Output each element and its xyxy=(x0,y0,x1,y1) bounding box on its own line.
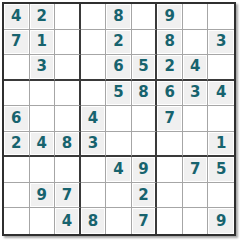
cell-r5c9[interactable] xyxy=(208,106,234,132)
empty-cell-tile xyxy=(31,158,54,181)
given-digit: 6 xyxy=(107,56,130,78)
sudoku-board: 42897128336524586346472483149759724879 xyxy=(2,2,236,236)
cell-r5c1[interactable]: 6 xyxy=(4,106,30,132)
cell-r6c6[interactable] xyxy=(132,132,158,158)
empty-cell-tile xyxy=(184,31,207,54)
cell-r2c9[interactable]: 3 xyxy=(208,30,234,56)
cell-r8c8[interactable] xyxy=(183,183,209,209)
empty-cell-tile xyxy=(82,5,105,28)
given-digit: 9 xyxy=(31,184,54,207)
cell-r3c2[interactable]: 3 xyxy=(30,55,56,81)
cell-r3c9[interactable] xyxy=(208,55,234,81)
given-digit: 4 xyxy=(209,82,233,105)
cell-r1c5[interactable]: 8 xyxy=(106,4,132,30)
given-digit: 3 xyxy=(31,56,54,78)
cell-r1c6[interactable] xyxy=(132,4,158,30)
cell-r7c2[interactable] xyxy=(30,157,56,183)
cell-r4c4[interactable] xyxy=(81,81,107,107)
given-digit: 8 xyxy=(107,5,130,28)
cell-r9c7[interactable] xyxy=(157,208,183,234)
sudoku-grid: 42897128336524586346472483149759724879 xyxy=(4,4,234,234)
cell-r6c2[interactable]: 4 xyxy=(30,132,56,158)
cell-r7c8[interactable]: 7 xyxy=(183,157,209,183)
given-digit: 4 xyxy=(56,209,78,233)
cell-r1c3[interactable] xyxy=(55,4,81,30)
cell-r4c3[interactable] xyxy=(55,81,81,107)
empty-cell-tile xyxy=(5,209,28,233)
empty-cell-tile xyxy=(184,209,207,233)
empty-cell-tile xyxy=(107,209,130,233)
given-digit: 7 xyxy=(184,158,207,181)
given-digit: 9 xyxy=(133,158,155,181)
given-digit: 5 xyxy=(133,56,155,78)
empty-cell-tile xyxy=(209,184,233,207)
empty-cell-tile xyxy=(158,158,181,181)
cell-r8c4[interactable] xyxy=(81,183,107,209)
cell-r4c2[interactable] xyxy=(30,81,56,107)
empty-cell-tile xyxy=(31,209,54,233)
cell-r4c1[interactable] xyxy=(4,81,30,107)
given-digit: 4 xyxy=(5,5,28,28)
cell-r2c2[interactable]: 1 xyxy=(30,30,56,56)
empty-cell-tile xyxy=(82,56,105,78)
cell-r2c5[interactable]: 2 xyxy=(106,30,132,56)
cell-r9c4[interactable]: 8 xyxy=(81,208,107,234)
given-digit: 2 xyxy=(31,5,54,28)
given-digit: 2 xyxy=(5,133,28,155)
empty-cell-tile xyxy=(56,5,78,28)
empty-cell-tile xyxy=(184,5,207,28)
given-digit: 4 xyxy=(107,158,130,181)
cell-r5c8[interactable] xyxy=(183,106,209,132)
given-digit: 1 xyxy=(31,31,54,54)
given-digit: 2 xyxy=(133,184,155,207)
empty-cell-tile xyxy=(56,107,78,130)
cell-r6c8[interactable] xyxy=(183,132,209,158)
empty-cell-tile xyxy=(158,133,181,155)
cell-r8c2[interactable]: 9 xyxy=(30,183,56,209)
given-digit: 8 xyxy=(56,133,78,155)
given-digit: 3 xyxy=(209,31,233,54)
given-digit: 7 xyxy=(158,107,181,130)
empty-cell-tile xyxy=(82,158,105,181)
cell-r1c7[interactable]: 9 xyxy=(157,4,183,30)
cell-r3c4[interactable] xyxy=(81,55,107,81)
empty-cell-tile xyxy=(184,107,207,130)
given-digit: 7 xyxy=(56,184,78,207)
cell-r2c1[interactable]: 7 xyxy=(4,30,30,56)
cell-r8c3[interactable]: 7 xyxy=(55,183,81,209)
empty-cell-tile xyxy=(82,31,105,54)
empty-cell-tile xyxy=(133,31,155,54)
cell-r8c9[interactable] xyxy=(208,183,234,209)
empty-cell-tile xyxy=(107,184,130,207)
cell-r9c8[interactable] xyxy=(183,208,209,234)
cell-r2c3[interactable] xyxy=(55,30,81,56)
empty-cell-tile xyxy=(209,56,233,78)
empty-cell-tile xyxy=(82,184,105,207)
empty-cell-tile xyxy=(56,158,78,181)
cell-r9c3[interactable]: 4 xyxy=(55,208,81,234)
cell-r9c9[interactable]: 9 xyxy=(208,208,234,234)
cell-r5c2[interactable] xyxy=(30,106,56,132)
cell-r1c2[interactable]: 2 xyxy=(30,4,56,30)
cell-r6c3[interactable]: 8 xyxy=(55,132,81,158)
cell-r4c5[interactable]: 5 xyxy=(106,81,132,107)
cell-r7c7[interactable] xyxy=(157,157,183,183)
empty-cell-tile xyxy=(133,133,155,155)
given-digit: 9 xyxy=(158,5,181,28)
given-digit: 8 xyxy=(158,31,181,54)
empty-cell-tile xyxy=(184,184,207,207)
cell-r1c8[interactable] xyxy=(183,4,209,30)
given-digit: 5 xyxy=(209,158,233,181)
empty-cell-tile xyxy=(56,82,78,105)
cell-r8c6[interactable]: 2 xyxy=(132,183,158,209)
empty-cell-tile xyxy=(107,133,130,155)
given-digit: 6 xyxy=(5,107,28,130)
cell-r7c1[interactable] xyxy=(4,157,30,183)
cell-r5c3[interactable] xyxy=(55,106,81,132)
empty-cell-tile xyxy=(133,5,155,28)
cell-r9c2[interactable] xyxy=(30,208,56,234)
cell-r3c3[interactable] xyxy=(55,55,81,81)
cell-r3c8[interactable]: 4 xyxy=(183,55,209,81)
cell-r6c5[interactable] xyxy=(106,132,132,158)
cell-r8c5[interactable] xyxy=(106,183,132,209)
cell-r4c9[interactable]: 4 xyxy=(208,81,234,107)
empty-cell-tile xyxy=(107,107,130,130)
given-digit: 4 xyxy=(184,56,207,78)
given-digit: 6 xyxy=(158,82,181,105)
empty-cell-tile xyxy=(133,107,155,130)
given-digit: 4 xyxy=(82,107,105,130)
given-digit: 9 xyxy=(209,209,233,233)
given-digit: 5 xyxy=(107,82,130,105)
empty-cell-tile xyxy=(31,82,54,105)
cell-r5c4[interactable]: 4 xyxy=(81,106,107,132)
cell-r9c5[interactable] xyxy=(106,208,132,234)
empty-cell-tile xyxy=(158,209,181,233)
empty-cell-tile xyxy=(5,82,28,105)
cell-r3c6[interactable]: 5 xyxy=(132,55,158,81)
cell-r3c5[interactable]: 6 xyxy=(106,55,132,81)
empty-cell-tile xyxy=(31,107,54,130)
given-digit: 7 xyxy=(133,209,155,233)
cell-r1c9[interactable] xyxy=(208,4,234,30)
given-digit: 7 xyxy=(5,31,28,54)
cell-r2c8[interactable] xyxy=(183,30,209,56)
given-digit: 2 xyxy=(107,31,130,54)
cell-r7c3[interactable] xyxy=(55,157,81,183)
empty-cell-tile xyxy=(184,133,207,155)
cell-r1c1[interactable]: 4 xyxy=(4,4,30,30)
empty-cell-tile xyxy=(56,31,78,54)
cell-r3c7[interactable]: 2 xyxy=(157,55,183,81)
empty-cell-tile xyxy=(5,158,28,181)
given-digit: 3 xyxy=(184,82,207,105)
cell-r5c7[interactable]: 7 xyxy=(157,106,183,132)
cell-r6c7[interactable] xyxy=(157,132,183,158)
cell-r6c1[interactable]: 2 xyxy=(4,132,30,158)
cell-r4c6[interactable]: 8 xyxy=(132,81,158,107)
cell-r1c4[interactable] xyxy=(81,4,107,30)
given-digit: 1 xyxy=(209,133,233,155)
cell-r5c6[interactable] xyxy=(132,106,158,132)
cell-r6c4[interactable]: 3 xyxy=(81,132,107,158)
cell-r8c1[interactable] xyxy=(4,183,30,209)
given-digit: 2 xyxy=(158,56,181,78)
empty-cell-tile xyxy=(158,184,181,207)
cell-r4c7[interactable]: 6 xyxy=(157,81,183,107)
cell-r9c6[interactable]: 7 xyxy=(132,208,158,234)
cell-r9c1[interactable] xyxy=(4,208,30,234)
given-digit: 3 xyxy=(82,133,105,155)
cell-r7c5[interactable]: 4 xyxy=(106,157,132,183)
cell-r6c9[interactable]: 1 xyxy=(208,132,234,158)
given-digit: 4 xyxy=(31,133,54,155)
empty-cell-tile xyxy=(5,56,28,78)
cell-r2c6[interactable] xyxy=(132,30,158,56)
cell-r2c4[interactable] xyxy=(81,30,107,56)
empty-cell-tile xyxy=(82,82,105,105)
cell-r2c7[interactable]: 8 xyxy=(157,30,183,56)
empty-cell-tile xyxy=(5,184,28,207)
cell-r7c4[interactable] xyxy=(81,157,107,183)
cell-r7c9[interactable]: 5 xyxy=(208,157,234,183)
empty-cell-tile xyxy=(56,56,78,78)
given-digit: 8 xyxy=(133,82,155,105)
given-digit: 8 xyxy=(82,209,105,233)
empty-cell-tile xyxy=(209,107,233,130)
cell-r3c1[interactable] xyxy=(4,55,30,81)
cell-r7c6[interactable]: 9 xyxy=(132,157,158,183)
empty-cell-tile xyxy=(209,5,233,28)
cell-r5c5[interactable] xyxy=(106,106,132,132)
cell-r8c7[interactable] xyxy=(157,183,183,209)
cell-r4c8[interactable]: 3 xyxy=(183,81,209,107)
